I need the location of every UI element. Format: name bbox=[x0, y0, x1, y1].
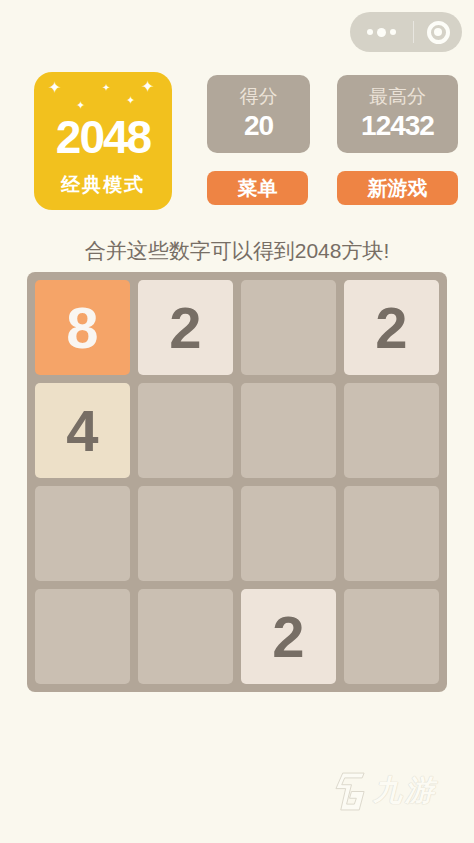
best-score-box: 最高分 12432 bbox=[337, 75, 458, 153]
watermark-text: 九游 bbox=[373, 771, 437, 811]
empty-cell bbox=[344, 486, 439, 581]
best-score-value: 12432 bbox=[361, 109, 434, 143]
empty-cell bbox=[138, 486, 233, 581]
sparkle-icon: ✦ bbox=[76, 100, 85, 111]
wechat-capsule bbox=[350, 12, 462, 52]
instruction-text: 合并这些数字可以得到2048方块! bbox=[0, 237, 474, 265]
score-label: 得分 bbox=[240, 86, 278, 109]
logo-subtitle: 经典模式 bbox=[61, 172, 145, 198]
empty-cell bbox=[35, 486, 130, 581]
close-button[interactable] bbox=[414, 12, 462, 52]
empty-cell bbox=[241, 280, 336, 375]
empty-cell bbox=[138, 383, 233, 478]
tile-2: 2 bbox=[138, 280, 233, 375]
score-box: 得分 20 bbox=[207, 75, 310, 153]
ellipsis-dots-icon bbox=[390, 29, 396, 35]
empty-cell bbox=[241, 486, 336, 581]
score-value: 20 bbox=[244, 109, 273, 143]
ellipsis-dots-icon bbox=[367, 29, 373, 35]
9game-logo-icon bbox=[334, 772, 367, 811]
ellipsis-dots-icon bbox=[377, 28, 386, 37]
tile-2: 2 bbox=[344, 280, 439, 375]
empty-cell bbox=[344, 383, 439, 478]
empty-cell bbox=[138, 589, 233, 684]
logo-2048: ✦ ✦ ✦ ✦ ✦ 2048 经典模式 bbox=[34, 72, 172, 210]
sparkle-icon: ✦ bbox=[48, 80, 61, 96]
board[interactable]: 82242 bbox=[27, 272, 447, 692]
circle-dot-icon bbox=[427, 21, 450, 44]
tile-2: 2 bbox=[241, 589, 336, 684]
sparkle-icon: ✦ bbox=[102, 83, 110, 93]
sparkle-icon: ✦ bbox=[141, 79, 154, 95]
watermark: 九游 bbox=[334, 771, 437, 811]
empty-cell bbox=[35, 589, 130, 684]
menu-button[interactable]: 菜单 bbox=[207, 171, 308, 205]
tile-4: 4 bbox=[35, 383, 130, 478]
empty-cell bbox=[241, 383, 336, 478]
empty-cell bbox=[344, 589, 439, 684]
new-game-button[interactable]: 新游戏 bbox=[337, 171, 458, 205]
sparkle-icon: ✦ bbox=[126, 95, 135, 106]
best-score-label: 最高分 bbox=[369, 86, 426, 109]
more-button[interactable] bbox=[350, 12, 413, 52]
tile-8: 8 bbox=[35, 280, 130, 375]
logo-title: 2048 bbox=[56, 114, 150, 160]
